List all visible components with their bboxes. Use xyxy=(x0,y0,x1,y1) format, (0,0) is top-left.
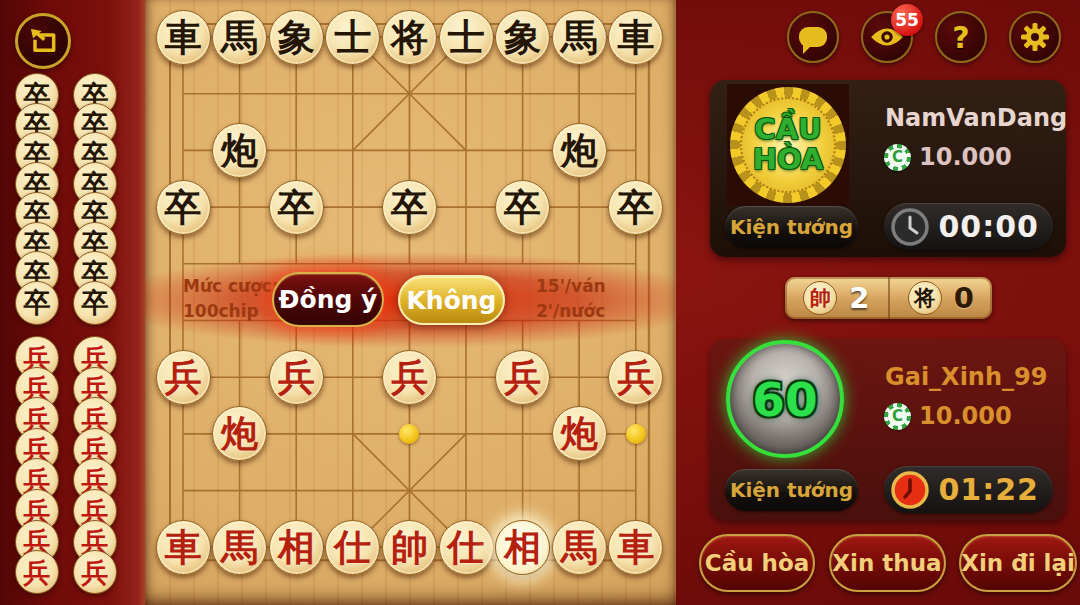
opponent-clock: 00:00 xyxy=(884,203,1054,250)
time-per-move: 2'/nước xyxy=(536,299,606,324)
tray-piece-black-soldier: 卒 xyxy=(73,281,117,325)
decline-draw-button[interactable]: Không xyxy=(398,275,505,325)
chip-icon: C xyxy=(884,403,911,430)
draw-request-badge: CẦU HÒA xyxy=(727,84,849,206)
piece-red-horse[interactable]: 馬 xyxy=(212,520,267,575)
turn-countdown: 60 xyxy=(752,372,817,427)
player-rank-badge: Kiện tướng xyxy=(725,469,858,511)
piece-red-chariot[interactable]: 車 xyxy=(156,520,211,575)
opponent-name: NamVanDang xyxy=(885,104,1067,132)
spectators-button[interactable]: 55 xyxy=(861,11,913,63)
clock-icon-red xyxy=(890,470,930,510)
piece-red-advisor[interactable]: 仕 xyxy=(325,520,380,575)
piece-red-chariot[interactable]: 車 xyxy=(608,520,663,575)
left-sidebar: 卒卒卒卒卒卒卒卒卒卒卒卒卒卒卒卒兵兵兵兵兵兵兵兵兵兵兵兵兵兵兵兵 xyxy=(0,0,145,605)
spectator-count-badge: 55 xyxy=(891,4,923,36)
red-score: 2 xyxy=(849,281,869,315)
stake-value: 100chip xyxy=(183,299,279,324)
piece-black-soldier[interactable]: 卒 xyxy=(269,180,324,235)
piece-red-cannon[interactable]: 炮 xyxy=(552,406,607,461)
badge-line1: CẦU xyxy=(754,115,821,145)
draw-request-text: CẦU HÒA xyxy=(740,97,836,193)
time-control-info: 15'/ván 2'/nước xyxy=(536,274,606,323)
return-arrow-icon xyxy=(27,25,59,57)
chat-button[interactable] xyxy=(787,11,839,63)
opponent-rank-badge: Kiện tướng xyxy=(725,206,858,248)
undo-request-button[interactable]: Xin đi lại xyxy=(959,534,1077,592)
player-timer: 01:22 xyxy=(939,472,1040,507)
accept-draw-button[interactable]: Đồng ý xyxy=(272,272,384,327)
game-screen: 卒卒卒卒卒卒卒卒卒卒卒卒卒卒卒卒兵兵兵兵兵兵兵兵兵兵兵兵兵兵兵兵 車馬象士将士象… xyxy=(0,0,1080,605)
piece-black-horse[interactable]: 馬 xyxy=(552,10,607,65)
black-general-icon: 将 xyxy=(908,281,942,315)
piece-black-chariot[interactable]: 車 xyxy=(608,10,663,65)
tray-piece-black-soldier: 卒 xyxy=(15,281,59,325)
resign-button[interactable]: Xin thua xyxy=(829,534,946,592)
piece-red-advisor[interactable]: 仕 xyxy=(439,520,494,575)
piece-black-general[interactable]: 将 xyxy=(382,10,437,65)
chat-bubble-icon xyxy=(799,27,827,47)
player-chips-row: C 10.000 xyxy=(884,402,1012,430)
chip-icon: C xyxy=(884,144,911,171)
offer-draw-button[interactable]: Cầu hòa xyxy=(699,534,815,592)
gear-icon xyxy=(1019,21,1051,53)
action-buttons: Cầu hòa Xin thua Xin đi lại xyxy=(699,534,1077,592)
topbar: 55 ? xyxy=(787,11,1061,63)
piece-red-soldier[interactable]: 兵 xyxy=(156,350,211,405)
opponent-timer: 00:00 xyxy=(939,209,1040,244)
time-per-game: 15'/ván xyxy=(536,274,606,299)
opponent-panel: CẦU HÒA NamVanDang C 10.000 Kiện tướng 0… xyxy=(710,80,1066,257)
back-button[interactable] xyxy=(15,13,71,69)
piece-black-cannon[interactable]: 炮 xyxy=(212,123,267,178)
piece-black-cannon[interactable]: 炮 xyxy=(552,123,607,178)
piece-red-soldier[interactable]: 兵 xyxy=(269,350,324,405)
question-icon: ? xyxy=(952,20,969,55)
piece-red-horse[interactable]: 馬 xyxy=(552,520,607,575)
red-score-cell: 帥 2 xyxy=(785,277,890,319)
black-score-cell: 将 0 xyxy=(890,277,993,319)
piece-red-soldier[interactable]: 兵 xyxy=(382,350,437,405)
piece-black-horse[interactable]: 馬 xyxy=(212,10,267,65)
piece-red-general[interactable]: 帥 xyxy=(382,520,437,575)
score-bar: 帥 2 将 0 xyxy=(785,277,992,319)
settings-button[interactable] xyxy=(1009,11,1061,63)
opponent-chips-row: C 10.000 xyxy=(884,143,1012,171)
player-clock: 01:22 xyxy=(884,466,1054,513)
piece-black-soldier[interactable]: 卒 xyxy=(382,180,437,235)
piece-red-soldier[interactable]: 兵 xyxy=(495,350,550,405)
xiangqi-board[interactable]: 車馬象士将士象馬車炮炮卒卒卒卒卒兵兵兵兵兵炮炮車馬相仕帥仕相馬車 Mức cượ… xyxy=(145,0,676,605)
player-panel: 60 Gai_Xinh_99 C 10.000 Kiện tướng 01:22 xyxy=(710,339,1066,520)
stake-label: Mức cược: xyxy=(183,274,279,299)
tray-piece-red-soldier: 兵 xyxy=(15,550,59,594)
player-avatar[interactable]: 60 xyxy=(726,340,844,458)
piece-red-elephant[interactable]: 相 xyxy=(269,520,324,575)
piece-black-advisor[interactable]: 士 xyxy=(439,10,494,65)
stake-info: Mức cược: 100chip xyxy=(183,274,279,323)
help-button[interactable]: ? xyxy=(935,11,987,63)
clock-icon-gray xyxy=(890,207,930,247)
piece-black-elephant[interactable]: 象 xyxy=(495,10,550,65)
opponent-chips: 10.000 xyxy=(919,143,1012,171)
piece-black-soldier[interactable]: 卒 xyxy=(495,180,550,235)
black-score: 0 xyxy=(954,281,974,315)
piece-black-soldier[interactable]: 卒 xyxy=(608,180,663,235)
piece-black-elephant[interactable]: 象 xyxy=(269,10,324,65)
piece-black-chariot[interactable]: 車 xyxy=(156,10,211,65)
piece-red-soldier[interactable]: 兵 xyxy=(608,350,663,405)
badge-line2: HÒA xyxy=(753,145,824,175)
player-chips: 10.000 xyxy=(919,402,1012,430)
piece-red-elephant-selected[interactable]: 相 xyxy=(495,520,550,575)
tray-piece-red-soldier: 兵 xyxy=(73,550,117,594)
piece-black-advisor[interactable]: 士 xyxy=(325,10,380,65)
piece-black-soldier[interactable]: 卒 xyxy=(156,180,211,235)
red-general-icon: 帥 xyxy=(803,281,837,315)
player-name: Gai_Xinh_99 xyxy=(885,363,1047,391)
move-hint-dot[interactable] xyxy=(626,424,646,444)
